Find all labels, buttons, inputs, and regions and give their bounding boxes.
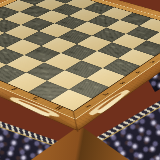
chess-board: ABCDEFGH12345678 [0, 0, 160, 131]
chessboard-photo: ABCDEFGH12345678 [0, 0, 160, 160]
